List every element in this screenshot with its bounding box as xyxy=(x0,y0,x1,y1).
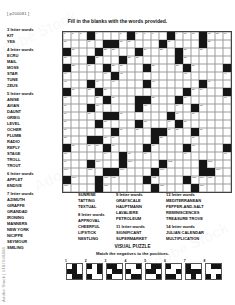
grid-cell[interactable]: 97 xyxy=(183,152,191,160)
grid-cell[interactable]: 9 xyxy=(175,32,183,40)
grid-cell[interactable] xyxy=(151,40,159,48)
grid-cell[interactable]: 79 xyxy=(167,128,175,136)
grid-cell[interactable]: 119 xyxy=(199,184,207,192)
grid-cell[interactable] xyxy=(191,48,199,56)
grid-cell[interactable] xyxy=(127,120,135,128)
grid-cell[interactable]: 44 xyxy=(223,72,231,80)
grid-cell[interactable]: 89 xyxy=(95,144,103,152)
grid-cell[interactable]: 67 xyxy=(87,112,95,120)
grid-cell[interactable] xyxy=(215,80,223,88)
grid-cell[interactable]: 69 xyxy=(175,112,183,120)
grid-cell[interactable] xyxy=(207,120,215,128)
grid-cell[interactable]: 82 xyxy=(63,136,71,144)
grid-cell[interactable] xyxy=(111,32,119,40)
grid-cell[interactable]: 78 xyxy=(135,128,143,136)
grid-cell[interactable]: 50 xyxy=(71,88,79,96)
grid-cell[interactable] xyxy=(215,144,223,152)
grid-cell[interactable] xyxy=(175,184,183,192)
grid-cell[interactable]: 106 xyxy=(119,168,127,176)
grid-cell[interactable] xyxy=(183,168,191,176)
grid-cell[interactable] xyxy=(87,96,95,104)
grid-cell[interactable] xyxy=(151,112,159,120)
grid-cell[interactable] xyxy=(199,64,207,72)
grid-cell[interactable]: 60 xyxy=(223,96,231,104)
grid-cell[interactable]: 24 xyxy=(143,48,151,56)
grid-cell[interactable]: 16 xyxy=(87,40,95,48)
grid-cell[interactable] xyxy=(223,80,231,88)
grid-cell[interactable]: 105 xyxy=(87,168,95,176)
grid-cell[interactable] xyxy=(135,144,143,152)
grid-cell[interactable] xyxy=(87,152,95,160)
grid-cell[interactable] xyxy=(87,120,95,128)
grid-cell[interactable] xyxy=(159,96,167,104)
grid-cell[interactable] xyxy=(79,88,87,96)
grid-cell[interactable]: 111 xyxy=(111,176,119,184)
grid-cell[interactable]: 46 xyxy=(95,80,103,88)
grid-cell[interactable] xyxy=(159,120,167,128)
grid-cell[interactable] xyxy=(135,80,143,88)
visual-puzzle-tile[interactable]: 5 xyxy=(145,263,162,280)
grid-cell[interactable] xyxy=(79,96,87,104)
grid-cell[interactable]: 81 xyxy=(199,128,207,136)
grid-cell[interactable] xyxy=(111,104,119,112)
grid-cell[interactable] xyxy=(167,80,175,88)
grid-cell[interactable] xyxy=(223,184,231,192)
grid-cell[interactable]: 53 xyxy=(191,88,199,96)
grid-cell[interactable] xyxy=(127,72,135,80)
grid-cell[interactable] xyxy=(159,112,167,120)
grid-cell[interactable] xyxy=(175,144,183,152)
grid-cell[interactable]: 117 xyxy=(103,184,111,192)
grid-cell[interactable] xyxy=(223,56,231,64)
grid-cell[interactable] xyxy=(159,88,167,96)
grid-cell[interactable] xyxy=(127,80,135,88)
grid-cell[interactable] xyxy=(79,136,87,144)
grid-cell[interactable]: 107 xyxy=(159,168,167,176)
grid-cell[interactable]: 94 xyxy=(103,152,111,160)
grid-cell[interactable]: 30 xyxy=(127,56,135,64)
visual-puzzle-tile[interactable]: 3 xyxy=(106,263,123,280)
grid-cell[interactable] xyxy=(167,144,175,152)
grid-cell[interactable] xyxy=(207,104,215,112)
grid-cell[interactable] xyxy=(199,56,207,64)
grid-cell[interactable] xyxy=(215,128,223,136)
grid-cell[interactable] xyxy=(111,120,119,128)
grid-cell[interactable]: 62 xyxy=(95,104,103,112)
grid-cell[interactable] xyxy=(79,168,87,176)
grid-cell[interactable]: 85 xyxy=(159,136,167,144)
grid-cell[interactable] xyxy=(79,152,87,160)
grid-cell[interactable] xyxy=(199,112,207,120)
grid-cell[interactable]: 38 xyxy=(175,64,183,72)
grid-cell[interactable] xyxy=(215,56,223,64)
grid-cell[interactable] xyxy=(127,128,135,136)
grid-cell[interactable] xyxy=(175,80,183,88)
grid-cell[interactable] xyxy=(103,160,111,168)
grid-cell[interactable] xyxy=(135,64,143,72)
grid-cell[interactable] xyxy=(119,96,127,104)
grid-cell[interactable]: 98 xyxy=(223,152,231,160)
grid-cell[interactable]: 100 xyxy=(95,160,103,168)
grid-cell[interactable]: 34 xyxy=(87,64,95,72)
grid-cell[interactable] xyxy=(71,152,79,160)
grid-cell[interactable] xyxy=(183,80,191,88)
grid-cell[interactable] xyxy=(135,40,143,48)
grid-cell[interactable] xyxy=(175,160,183,168)
grid-cell[interactable] xyxy=(183,160,191,168)
grid-cell[interactable]: 68 xyxy=(119,112,127,120)
grid-cell[interactable] xyxy=(79,56,87,64)
grid-cell[interactable] xyxy=(207,184,215,192)
grid-cell[interactable] xyxy=(175,72,183,80)
grid-cell[interactable] xyxy=(207,136,215,144)
grid-cell[interactable] xyxy=(79,104,87,112)
grid-cell[interactable] xyxy=(87,72,95,80)
grid-cell[interactable] xyxy=(207,112,215,120)
grid-cell[interactable] xyxy=(151,152,159,160)
grid-cell[interactable] xyxy=(79,120,87,128)
grid-cell[interactable] xyxy=(79,40,87,48)
grid-cell[interactable] xyxy=(143,168,151,176)
grid-cell[interactable] xyxy=(215,40,223,48)
grid-cell[interactable]: 39 xyxy=(191,64,199,72)
grid-cell[interactable] xyxy=(191,120,199,128)
grid-cell[interactable] xyxy=(119,136,127,144)
grid-cell[interactable] xyxy=(127,176,135,184)
grid-cell[interactable]: 10 xyxy=(183,32,191,40)
grid-cell[interactable] xyxy=(215,88,223,96)
grid-cell[interactable]: 77 xyxy=(119,128,127,136)
grid-cell[interactable] xyxy=(223,136,231,144)
grid-cell[interactable]: 116 xyxy=(63,184,71,192)
grid-cell[interactable] xyxy=(79,184,87,192)
grid-cell[interactable]: 63 xyxy=(143,104,151,112)
grid-cell[interactable] xyxy=(175,176,183,184)
grid-cell[interactable] xyxy=(119,88,127,96)
grid-cell[interactable] xyxy=(167,104,175,112)
grid-cell[interactable]: 22 xyxy=(103,48,111,56)
grid-cell[interactable]: 90 xyxy=(111,144,119,152)
grid-cell[interactable] xyxy=(159,144,167,152)
grid-cell[interactable] xyxy=(151,48,159,56)
grid-cell[interactable] xyxy=(143,88,151,96)
grid-cell[interactable]: 7 xyxy=(143,32,151,40)
grid-cell[interactable] xyxy=(71,112,79,120)
grid-cell[interactable] xyxy=(167,56,175,64)
grid-cell[interactable] xyxy=(191,72,199,80)
grid-cell[interactable] xyxy=(175,168,183,176)
grid-cell[interactable] xyxy=(183,136,191,144)
grid-cell[interactable] xyxy=(159,152,167,160)
grid-cell[interactable] xyxy=(95,128,103,136)
grid-cell[interactable] xyxy=(215,152,223,160)
grid-cell[interactable] xyxy=(207,56,215,64)
grid-cell[interactable] xyxy=(111,184,119,192)
grid-cell[interactable] xyxy=(207,88,215,96)
grid-cell[interactable]: 2 xyxy=(71,32,79,40)
grid-cell[interactable] xyxy=(119,184,127,192)
grid-cell[interactable] xyxy=(127,136,135,144)
grid-cell[interactable] xyxy=(87,184,95,192)
grid-cell[interactable]: 51 xyxy=(87,88,95,96)
grid-cell[interactable]: 4 xyxy=(95,32,103,40)
grid-cell[interactable]: 6 xyxy=(135,32,143,40)
grid-cell[interactable]: 102 xyxy=(167,160,175,168)
grid-cell[interactable] xyxy=(79,160,87,168)
grid-cell[interactable] xyxy=(207,96,215,104)
grid-cell[interactable]: 31 xyxy=(135,56,143,64)
grid-cell[interactable]: 19 xyxy=(167,40,175,48)
grid-cell[interactable] xyxy=(207,128,215,136)
grid-cell[interactable] xyxy=(215,64,223,72)
grid-cell[interactable] xyxy=(167,168,175,176)
grid-cell[interactable] xyxy=(167,64,175,72)
grid-cell[interactable]: 101 xyxy=(127,160,135,168)
grid-cell[interactable] xyxy=(223,112,231,120)
grid-cell[interactable] xyxy=(167,136,175,144)
grid-cell[interactable] xyxy=(95,40,103,48)
grid-cell[interactable]: 20 xyxy=(207,40,215,48)
grid-cell[interactable] xyxy=(159,64,167,72)
grid-cell[interactable] xyxy=(199,136,207,144)
grid-cell[interactable]: 92 xyxy=(191,144,199,152)
visual-puzzle-tile[interactable]: 4 xyxy=(125,263,142,280)
grid-cell[interactable] xyxy=(87,128,95,136)
visual-puzzle-tile[interactable]: 2 xyxy=(86,263,103,280)
grid-cell[interactable] xyxy=(223,120,231,128)
grid-cell[interactable] xyxy=(79,48,87,56)
grid-cell[interactable]: 115 xyxy=(207,176,215,184)
grid-cell[interactable] xyxy=(215,184,223,192)
grid-cell[interactable] xyxy=(135,136,143,144)
grid-cell[interactable] xyxy=(167,96,175,104)
grid-cell[interactable] xyxy=(95,112,103,120)
grid-cell[interactable]: 54 xyxy=(199,88,207,96)
grid-cell[interactable] xyxy=(71,120,79,128)
grid-cell[interactable] xyxy=(223,176,231,184)
grid-cell[interactable]: 109 xyxy=(71,176,79,184)
grid-cell[interactable] xyxy=(207,48,215,56)
grid-cell[interactable]: 108 xyxy=(215,168,223,176)
grid-cell[interactable] xyxy=(79,112,87,120)
grid-cell[interactable]: 13 xyxy=(215,32,223,40)
grid-cell[interactable]: 72 xyxy=(103,120,111,128)
visual-puzzle-tile[interactable]: 8 xyxy=(205,263,222,280)
grid-cell[interactable] xyxy=(199,152,207,160)
grid-cell[interactable] xyxy=(143,72,151,80)
grid-cell[interactable] xyxy=(135,112,143,120)
grid-cell[interactable] xyxy=(207,144,215,152)
grid-cell[interactable] xyxy=(215,120,223,128)
grid-cell[interactable] xyxy=(159,72,167,80)
grid-cell[interactable]: 91 xyxy=(151,144,159,152)
grid-cell[interactable] xyxy=(143,160,151,168)
grid-cell[interactable]: 42 xyxy=(119,72,127,80)
grid-cell[interactable] xyxy=(175,136,183,144)
grid-cell[interactable]: 118 xyxy=(159,184,167,192)
grid-cell[interactable] xyxy=(127,64,135,72)
grid-cell[interactable] xyxy=(119,144,127,152)
grid-cell[interactable]: 41 xyxy=(103,72,111,80)
grid-cell[interactable] xyxy=(159,80,167,88)
grid-cell[interactable] xyxy=(135,184,143,192)
grid-cell[interactable] xyxy=(135,160,143,168)
grid-cell[interactable] xyxy=(175,40,183,48)
grid-cell[interactable] xyxy=(159,32,167,40)
grid-cell[interactable] xyxy=(127,168,135,176)
grid-cell[interactable] xyxy=(119,176,127,184)
grid-cell[interactable] xyxy=(183,184,191,192)
grid-cell[interactable]: 23 xyxy=(111,48,119,56)
grid-cell[interactable] xyxy=(167,176,175,184)
grid-cell[interactable]: 14 xyxy=(223,32,231,40)
grid-cell[interactable]: 49 xyxy=(207,80,215,88)
grid-cell[interactable]: 73 xyxy=(143,120,151,128)
grid-cell[interactable] xyxy=(199,72,207,80)
grid-cell[interactable] xyxy=(215,96,223,104)
grid-cell[interactable]: 18 xyxy=(127,40,135,48)
grid-cell[interactable] xyxy=(95,64,103,72)
grid-cell[interactable]: 47 xyxy=(111,80,119,88)
grid-cell[interactable]: 33 xyxy=(71,64,79,72)
grid-cell[interactable] xyxy=(71,128,79,136)
grid-cell[interactable]: 59 xyxy=(183,96,191,104)
grid-cell[interactable]: 28 xyxy=(63,56,71,64)
grid-cell[interactable] xyxy=(215,104,223,112)
grid-cell[interactable] xyxy=(135,176,143,184)
grid-cell[interactable]: 8 xyxy=(151,32,159,40)
grid-cell[interactable] xyxy=(151,104,159,112)
grid-cell[interactable] xyxy=(215,48,223,56)
grid-cell[interactable] xyxy=(127,88,135,96)
grid-cell[interactable]: 21 xyxy=(71,48,79,56)
grid-cell[interactable] xyxy=(87,176,95,184)
grid-cell[interactable]: 113 xyxy=(191,176,199,184)
grid-cell[interactable] xyxy=(207,64,215,72)
grid-cell[interactable]: 103 xyxy=(207,160,215,168)
grid-cell[interactable] xyxy=(167,88,175,96)
grid-cell[interactable] xyxy=(191,96,199,104)
grid-cell[interactable]: 96 xyxy=(143,152,151,160)
grid-cell[interactable] xyxy=(119,80,127,88)
grid-cell[interactable] xyxy=(111,152,119,160)
grid-cell[interactable]: 112 xyxy=(151,176,159,184)
grid-cell[interactable] xyxy=(183,104,191,112)
grid-cell[interactable] xyxy=(215,176,223,184)
grid-cell[interactable] xyxy=(103,32,111,40)
grid-cell[interactable] xyxy=(223,128,231,136)
grid-cell[interactable]: 15 xyxy=(63,40,71,48)
grid-cell[interactable] xyxy=(79,72,87,80)
grid-cell[interactable]: 87 xyxy=(71,144,79,152)
grid-cell[interactable] xyxy=(79,144,87,152)
grid-cell[interactable] xyxy=(79,64,87,72)
grid-cell[interactable] xyxy=(111,160,119,168)
grid-cell[interactable]: 32 xyxy=(183,56,191,64)
grid-cell[interactable] xyxy=(215,72,223,80)
grid-cell[interactable] xyxy=(199,144,207,152)
grid-cell[interactable] xyxy=(127,112,135,120)
grid-cell[interactable] xyxy=(87,48,95,56)
grid-cell[interactable]: 3 xyxy=(79,32,87,40)
grid-cell[interactable]: 27 xyxy=(199,48,207,56)
grid-cell[interactable] xyxy=(143,56,151,64)
grid-cell[interactable]: 58 xyxy=(151,96,159,104)
grid-cell[interactable] xyxy=(79,176,87,184)
grid-cell[interactable] xyxy=(143,136,151,144)
grid-cell[interactable] xyxy=(79,128,87,136)
grid-cell[interactable]: 83 xyxy=(103,136,111,144)
grid-cell[interactable]: 45 xyxy=(63,80,71,88)
grid-cell[interactable] xyxy=(135,168,143,176)
visual-puzzle-tile[interactable]: 7 xyxy=(185,263,202,280)
grid-cell[interactable] xyxy=(215,112,223,120)
grid-cell[interactable]: 37 xyxy=(151,64,159,72)
grid-cell[interactable] xyxy=(143,128,151,136)
grid-cell[interactable]: 43 xyxy=(183,72,191,80)
grid-cell[interactable]: 57 xyxy=(111,96,119,104)
grid-cell[interactable] xyxy=(175,88,183,96)
grid-cell[interactable]: 35 xyxy=(111,64,119,72)
grid-cell[interactable] xyxy=(103,104,111,112)
grid-cell[interactable]: 52 xyxy=(103,88,111,96)
grid-cell[interactable] xyxy=(223,168,231,176)
grid-cell[interactable] xyxy=(71,104,79,112)
grid-cell[interactable] xyxy=(167,72,175,80)
grid-cell[interactable] xyxy=(135,152,143,160)
grid-cell[interactable] xyxy=(71,160,79,168)
grid-cell[interactable] xyxy=(167,48,175,56)
grid-cell[interactable] xyxy=(167,184,175,192)
grid-cell[interactable] xyxy=(183,128,191,136)
grid-cell[interactable] xyxy=(223,48,231,56)
grid-cell[interactable]: 104 xyxy=(63,168,71,176)
grid-cell[interactable]: 75 xyxy=(183,120,191,128)
grid-cell[interactable] xyxy=(127,104,135,112)
grid-cell[interactable]: 65 xyxy=(199,104,207,112)
grid-cell[interactable] xyxy=(127,96,135,104)
grid-cell[interactable] xyxy=(71,184,79,192)
grid-cell[interactable] xyxy=(159,56,167,64)
grid-cell[interactable] xyxy=(71,72,79,80)
grid-cell[interactable] xyxy=(135,72,143,80)
grid-cell[interactable]: 48 xyxy=(151,80,159,88)
grid-cell[interactable] xyxy=(127,184,135,192)
grid-cell[interactable]: 88 xyxy=(87,144,95,152)
grid-cell[interactable]: 70 xyxy=(191,112,199,120)
grid-cell[interactable] xyxy=(151,120,159,128)
visual-puzzle-tile[interactable]: 6 xyxy=(165,263,182,280)
grid-cell[interactable]: 29 xyxy=(95,56,103,64)
grid-cell[interactable] xyxy=(151,160,159,168)
grid-cell[interactable] xyxy=(143,184,151,192)
grid-cell[interactable] xyxy=(103,56,111,64)
grid-cell[interactable] xyxy=(79,80,87,88)
grid-cell[interactable]: 17 xyxy=(119,40,127,48)
grid-cell[interactable] xyxy=(135,88,143,96)
grid-cell[interactable] xyxy=(215,136,223,144)
grid-cell[interactable] xyxy=(223,160,231,168)
grid-cell[interactable] xyxy=(191,152,199,160)
grid-cell[interactable] xyxy=(159,104,167,112)
grid-cell[interactable] xyxy=(223,104,231,112)
grid-cell[interactable]: 11 xyxy=(191,32,199,40)
grid-cell[interactable] xyxy=(119,48,127,56)
grid-cell[interactable] xyxy=(175,152,183,160)
grid-cell[interactable] xyxy=(223,40,231,48)
grid-cell[interactable]: 25 xyxy=(159,48,167,56)
grid-cell[interactable] xyxy=(191,160,199,168)
